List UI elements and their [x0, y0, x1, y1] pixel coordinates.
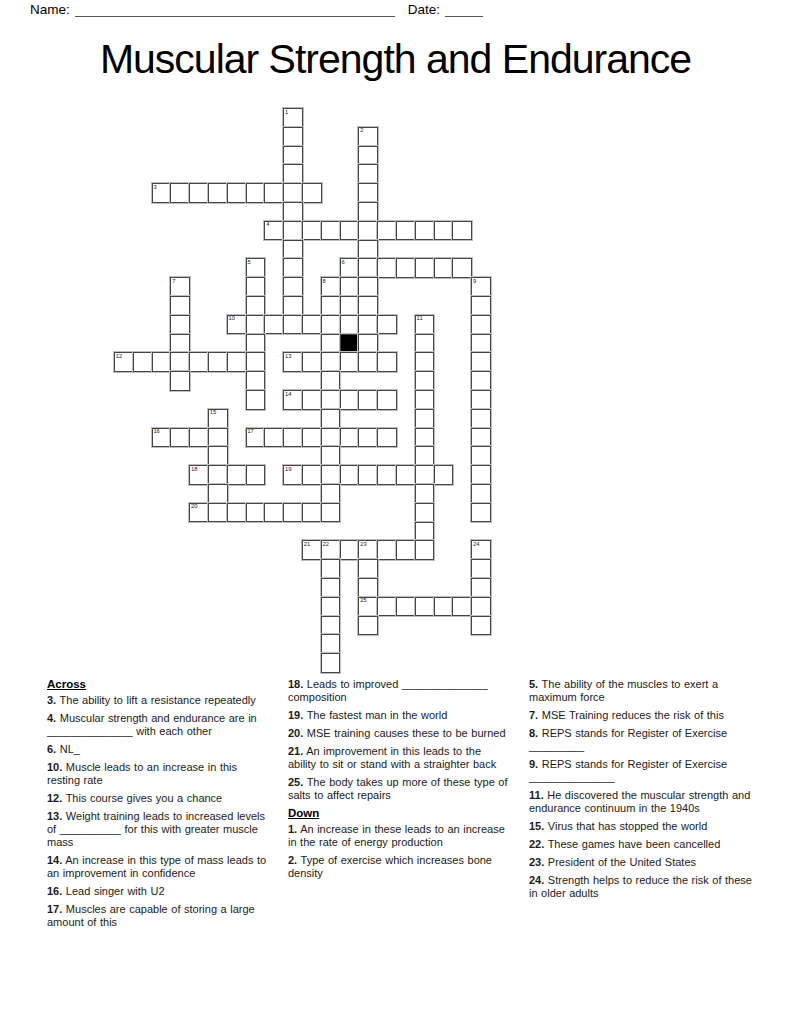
grid-cell[interactable]: [377, 352, 397, 372]
grid-cell[interactable]: [471, 390, 491, 410]
grid-cell[interactable]: 11: [415, 315, 435, 335]
clue-down-5: 5. The ability of the muscles to exert a…: [529, 678, 752, 704]
clue-across-17: 17. Muscles are capable of storing a lar…: [47, 903, 270, 929]
grid-cell[interactable]: 15: [208, 409, 228, 429]
cell-number: 19: [285, 466, 291, 473]
clue-number: 14.: [47, 854, 62, 866]
name-input-line[interactable]: [75, 3, 395, 17]
grid-cell[interactable]: [302, 183, 322, 203]
grid-cell[interactable]: [358, 277, 378, 297]
clue-down-22: 22. These games have been cancelled: [529, 838, 752, 851]
grid-cell[interactable]: [358, 578, 378, 598]
clue-across-19: 19. The fastest man in the world: [288, 709, 511, 722]
clue-column-1: Across3. The ability to lift a resistanc…: [47, 678, 270, 934]
cell-number: 11: [417, 315, 423, 322]
grid-cell[interactable]: [321, 428, 341, 448]
grid-cell[interactable]: [246, 277, 266, 297]
grid-cell[interactable]: [434, 258, 454, 278]
clue-across-18: 18. Leads to improved ______________ com…: [288, 678, 511, 704]
grid-cell[interactable]: [264, 315, 284, 335]
grid-cell[interactable]: [358, 465, 378, 485]
grid-cell[interactable]: [227, 465, 247, 485]
grid-cell[interactable]: [283, 183, 303, 203]
grid-cell[interactable]: [340, 221, 360, 241]
grid-cell[interactable]: [358, 258, 378, 278]
grid-cell[interactable]: [377, 221, 397, 241]
grid-cell[interactable]: [471, 371, 491, 391]
clue-down-1: 1. An increase in these leads to an incr…: [288, 823, 511, 849]
grid-cell[interactable]: [471, 503, 491, 523]
grid-cell[interactable]: [377, 315, 397, 335]
date-input-line[interactable]: [445, 3, 483, 17]
clue-number: 19.: [288, 709, 303, 721]
grid-cell[interactable]: [415, 465, 435, 485]
cell-number: 9: [473, 278, 476, 285]
cell-number: 22: [323, 541, 329, 548]
grid-cell[interactable]: [302, 390, 322, 410]
clue-number: 22.: [529, 838, 544, 850]
cell-number: 20: [191, 503, 197, 510]
clue-down-9: 9. REPS stands for Register of Exercise …: [529, 758, 752, 784]
grid-cell[interactable]: 16: [152, 428, 172, 448]
clue-number: 15.: [529, 820, 544, 832]
cell-number: 5: [247, 259, 250, 266]
grid-cell[interactable]: [471, 465, 491, 485]
clue-down-8: 8. REPS stands for Register of Exercise …: [529, 727, 752, 753]
clue-across-10: 10. Muscle leads to an increase in this …: [47, 761, 270, 787]
across-heading: Across: [47, 678, 270, 690]
grid-cell[interactable]: [358, 202, 378, 222]
clue-column-3: 5. The ability of the muscles to exert a…: [529, 678, 752, 934]
grid-cell[interactable]: 23: [358, 540, 378, 560]
down-heading: Down: [288, 807, 511, 819]
grid-cell[interactable]: [358, 221, 378, 241]
grid-cell[interactable]: [283, 146, 303, 166]
grid-cell[interactable]: [452, 258, 472, 278]
clue-number: 23.: [529, 856, 544, 868]
grid-cell[interactable]: [246, 352, 266, 372]
grid-cell[interactable]: [415, 221, 435, 241]
grid-cell[interactable]: 9: [471, 277, 491, 297]
clue-number: 4.: [47, 712, 56, 724]
grid-cell[interactable]: [377, 465, 397, 485]
grid-cell[interactable]: [246, 503, 266, 523]
grid-cell[interactable]: 17: [246, 428, 266, 448]
grid-cell[interactable]: [321, 465, 341, 485]
grid-cell[interactable]: [377, 428, 397, 448]
grid-cell[interactable]: [321, 503, 341, 523]
cell-number: 2: [360, 127, 363, 134]
grid-cell[interactable]: 18: [189, 465, 209, 485]
grid-cell[interactable]: [321, 484, 341, 504]
grid-cell[interactable]: [471, 559, 491, 579]
clue-number: 16.: [47, 885, 62, 897]
clue-across-25: 25. The body takes up more of these type…: [288, 776, 511, 802]
clue-across-6: 6. NL_: [47, 743, 270, 756]
cell-number: 15: [210, 409, 216, 416]
grid-cell[interactable]: [321, 334, 341, 354]
clue-number: 18.: [288, 678, 303, 690]
grid-cell[interactable]: [321, 315, 341, 335]
clue-number: 10.: [47, 761, 62, 773]
grid-cell[interactable]: 13: [283, 352, 303, 372]
date-label: Date:: [408, 2, 440, 17]
grid-cell[interactable]: [415, 597, 435, 617]
grid-cell[interactable]: [321, 296, 341, 316]
grid-cell[interactable]: [396, 597, 416, 617]
grid-cell[interactable]: [396, 465, 416, 485]
clue-number: 2.: [288, 854, 297, 866]
grid-cell[interactable]: [321, 352, 341, 372]
grid-cell[interactable]: [246, 183, 266, 203]
grid-cell[interactable]: [189, 428, 209, 448]
grid-cell[interactable]: [358, 315, 378, 335]
grid-cell[interactable]: [434, 597, 454, 617]
grid-cell[interactable]: 10: [227, 315, 247, 335]
name-label: Name:: [30, 2, 70, 17]
grid-cell[interactable]: [471, 484, 491, 504]
grid-cell[interactable]: [321, 409, 341, 429]
grid-cell[interactable]: [321, 446, 341, 466]
grid-cell[interactable]: [471, 352, 491, 372]
grid-cell[interactable]: [415, 540, 435, 560]
clue-column-2: 18. Leads to improved ______________ com…: [288, 678, 511, 934]
grid-cell[interactable]: [415, 334, 435, 354]
clue-number: 1.: [288, 823, 297, 835]
grid-cell[interactable]: [283, 296, 303, 316]
grid-cell[interactable]: [302, 503, 322, 523]
grid-cell[interactable]: [170, 334, 190, 354]
clue-down-11: 11. He discovered the muscular strength …: [529, 789, 752, 815]
grid-cell[interactable]: [246, 465, 266, 485]
clue-number: 24.: [529, 874, 544, 886]
grid-cell[interactable]: [321, 221, 341, 241]
grid-cell[interactable]: [170, 371, 190, 391]
grid-cell[interactable]: [321, 616, 341, 636]
cell-number: 8: [323, 278, 326, 285]
grid-cell[interactable]: 19: [283, 465, 303, 485]
grid-cell[interactable]: [227, 183, 247, 203]
black-cell: [340, 334, 360, 354]
grid-cell[interactable]: [358, 296, 378, 316]
grid-cell[interactable]: [415, 409, 435, 429]
grid-cell[interactable]: [396, 540, 416, 560]
grid-cell[interactable]: [452, 221, 472, 241]
clue-number: 9.: [529, 758, 538, 770]
cell-number: 1: [285, 109, 288, 116]
clue-number: 20.: [288, 727, 303, 739]
clue-number: 21.: [288, 745, 303, 757]
grid-cell[interactable]: 4: [264, 221, 284, 241]
grid-cell[interactable]: [415, 446, 435, 466]
grid-cell[interactable]: 24: [471, 540, 491, 560]
clue-across-4: 4. Muscular strength and endurance are i…: [47, 712, 270, 738]
grid-cell[interactable]: [358, 559, 378, 579]
header: Name: Date:: [30, 2, 761, 17]
clue-down-2: 2. Type of exercise which increases bone…: [288, 854, 511, 880]
grid-cell[interactable]: [415, 428, 435, 448]
grid-cell[interactable]: [283, 258, 303, 278]
page-title: Muscular Strength and Endurance: [0, 36, 791, 83]
grid-cell[interactable]: [415, 522, 435, 542]
grid-cell[interactable]: [340, 465, 360, 485]
cell-number: 21: [304, 541, 310, 548]
grid-cell[interactable]: 12: [114, 352, 134, 372]
cell-number: 17: [247, 428, 253, 435]
grid-cell[interactable]: [302, 428, 322, 448]
grid-cell[interactable]: [377, 540, 397, 560]
grid-cell[interactable]: 2: [358, 127, 378, 147]
grid-cell[interactable]: 22: [321, 540, 341, 560]
grid-cell[interactable]: [415, 371, 435, 391]
grid-cell[interactable]: [302, 465, 322, 485]
grid-cell[interactable]: [321, 597, 341, 617]
cell-number: 16: [153, 428, 159, 435]
grid-cell[interactable]: [340, 540, 360, 560]
grid-cell[interactable]: [246, 296, 266, 316]
grid-cell[interactable]: [246, 390, 266, 410]
cell-number: 18: [191, 466, 197, 473]
grid-cell[interactable]: [340, 428, 360, 448]
grid-cell[interactable]: [283, 428, 303, 448]
clue-down-23: 23. President of the United States: [529, 856, 752, 869]
grid-cell[interactable]: [283, 202, 303, 222]
cell-number: 4: [266, 221, 269, 228]
clue-down-15: 15. Virus that has stopped the world: [529, 820, 752, 833]
grid-cell[interactable]: [358, 616, 378, 636]
grid-cell[interactable]: [321, 559, 341, 579]
grid-cell[interactable]: [208, 484, 228, 504]
grid-cell[interactable]: [377, 258, 397, 278]
grid-cell[interactable]: [189, 352, 209, 372]
grid-cell[interactable]: [170, 428, 190, 448]
grid-cell[interactable]: [133, 352, 153, 372]
grid-cell[interactable]: 25: [358, 597, 378, 617]
clue-across-3: 3. The ability to lift a resistance repe…: [47, 694, 270, 707]
grid-cell[interactable]: [358, 428, 378, 448]
grid-cell[interactable]: [396, 258, 416, 278]
clue-number: 3.: [47, 694, 56, 706]
grid-cell[interactable]: [415, 390, 435, 410]
grid-cell[interactable]: [302, 315, 322, 335]
grid-cell[interactable]: [340, 296, 360, 316]
clue-number: 8.: [529, 727, 538, 739]
grid-cell[interactable]: [321, 390, 341, 410]
cell-number: 25: [360, 597, 366, 604]
grid-cell[interactable]: [358, 183, 378, 203]
grid-cell[interactable]: [283, 315, 303, 335]
grid-cell[interactable]: [452, 597, 472, 617]
grid-cell[interactable]: 1: [283, 108, 303, 128]
grid-cell[interactable]: [471, 578, 491, 598]
grid-cell[interactable]: [170, 352, 190, 372]
grid-cell[interactable]: [434, 465, 454, 485]
grid-cell[interactable]: [264, 428, 284, 448]
grid-cell[interactable]: [471, 616, 491, 636]
cell-number: 6: [341, 259, 344, 266]
grid-cell[interactable]: [208, 183, 228, 203]
grid-cell[interactable]: [321, 634, 341, 654]
grid-cell[interactable]: [283, 240, 303, 260]
grid-cell[interactable]: [471, 334, 491, 354]
grid-cell[interactable]: [415, 352, 435, 372]
clue-across-14: 14. An increase in this type of mass lea…: [47, 854, 270, 880]
grid-cell[interactable]: [396, 221, 416, 241]
grid-cell[interactable]: [471, 409, 491, 429]
clue-number: 13.: [47, 810, 62, 822]
grid-cell[interactable]: [340, 352, 360, 372]
clue-down-7: 7. MSE Training reduces the risk of this: [529, 709, 752, 722]
grid-cell[interactable]: [152, 352, 172, 372]
cell-number: 10: [229, 315, 235, 322]
grid-cell[interactable]: [321, 578, 341, 598]
grid-cell[interactable]: [415, 484, 435, 504]
cell-number: 23: [360, 541, 366, 548]
grid-cell[interactable]: [340, 390, 360, 410]
cell-number: 3: [153, 184, 156, 191]
grid-cell[interactable]: [358, 334, 378, 354]
grid-cell[interactable]: [264, 503, 284, 523]
grid-cell[interactable]: [170, 296, 190, 316]
grid-cell[interactable]: 20: [189, 503, 209, 523]
cell-number: 12: [116, 353, 122, 360]
grid-cell[interactable]: [208, 428, 228, 448]
grid-cell[interactable]: [358, 240, 378, 260]
grid-cell[interactable]: [246, 371, 266, 391]
grid-cell[interactable]: [358, 352, 378, 372]
grid-cell[interactable]: [264, 183, 284, 203]
grid-cell[interactable]: [227, 352, 247, 372]
clue-across-16: 16. Lead singer with U2: [47, 885, 270, 898]
cell-number: 14: [285, 391, 291, 398]
grid-cell[interactable]: [283, 503, 303, 523]
grid-cell[interactable]: 8: [321, 277, 341, 297]
grid-cell[interactable]: [170, 183, 190, 203]
grid-cell[interactable]: [415, 258, 435, 278]
grid-cell[interactable]: [471, 597, 491, 617]
grid-cell[interactable]: [471, 428, 491, 448]
clue-across-12: 12. This course gives you a chance: [47, 792, 270, 805]
grid-cell[interactable]: [208, 352, 228, 372]
clue-number: 25.: [288, 776, 303, 788]
grid-cell[interactable]: [283, 164, 303, 184]
grid-cell[interactable]: [415, 503, 435, 523]
grid-cell[interactable]: [302, 352, 322, 372]
grid-cell[interactable]: [321, 371, 341, 391]
cell-number: 24: [473, 541, 479, 548]
clue-across-20: 20. MSE training causes these to be burn…: [288, 727, 511, 740]
grid-cell[interactable]: [189, 183, 209, 203]
grid-cell[interactable]: 6: [340, 258, 360, 278]
grid-cell[interactable]: [340, 277, 360, 297]
grid-cell[interactable]: 7: [170, 277, 190, 297]
grid-cell[interactable]: [377, 390, 397, 410]
grid-cell[interactable]: [208, 465, 228, 485]
grid-cell[interactable]: 3: [152, 183, 172, 203]
grid-cell[interactable]: [170, 315, 190, 335]
grid-cell[interactable]: 14: [283, 390, 303, 410]
grid-cell[interactable]: [302, 221, 322, 241]
grid-cell[interactable]: [471, 315, 491, 335]
grid-cell[interactable]: [434, 221, 454, 241]
grid-cell[interactable]: [358, 146, 378, 166]
grid-cell[interactable]: 5: [246, 258, 266, 278]
grid-cell[interactable]: [208, 503, 228, 523]
grid-cell[interactable]: [283, 221, 303, 241]
grid-cell[interactable]: [227, 503, 247, 523]
grid-cell[interactable]: 21: [302, 540, 322, 560]
grid-cell[interactable]: [283, 127, 303, 147]
clue-across-21: 21. An improvement in this leads to the …: [288, 745, 511, 771]
grid-cell[interactable]: [246, 334, 266, 354]
clue-number: 7.: [529, 709, 538, 721]
grid-cell[interactable]: [377, 597, 397, 617]
grid-cell[interactable]: [340, 315, 360, 335]
clues-section: Across3. The ability to lift a resistanc…: [47, 678, 753, 934]
grid-cell[interactable]: [208, 446, 228, 466]
clue-across-13: 13. Weight training leads to increased l…: [47, 810, 270, 849]
clue-number: 17.: [47, 903, 62, 915]
clue-number: 6.: [47, 743, 56, 755]
clue-number: 11.: [529, 789, 544, 801]
grid-cell[interactable]: [358, 390, 378, 410]
grid-cell[interactable]: [471, 296, 491, 316]
clue-number: 5.: [529, 678, 538, 690]
grid-cell[interactable]: [321, 653, 341, 673]
grid-cell[interactable]: [358, 164, 378, 184]
clue-number: 12.: [47, 792, 62, 804]
cell-number: 7: [172, 278, 175, 285]
grid-cell[interactable]: [283, 277, 303, 297]
cell-number: 13: [285, 353, 291, 360]
grid-cell[interactable]: [471, 446, 491, 466]
grid-cell[interactable]: [246, 315, 266, 335]
clue-down-24: 24. Strength helps to reduce the risk of…: [529, 874, 752, 900]
